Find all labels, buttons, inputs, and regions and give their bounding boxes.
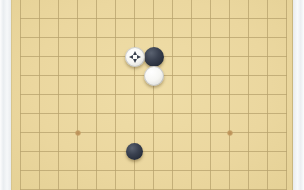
grid-line-vertical <box>77 0 78 190</box>
grid-line-vertical <box>210 0 211 190</box>
video-frame <box>0 0 304 190</box>
grid-line-horizontal <box>20 151 287 152</box>
grid-line-vertical <box>39 0 40 190</box>
grid-line-vertical <box>229 0 230 190</box>
grid-line-vertical <box>153 0 154 190</box>
letterbox-right <box>293 0 304 190</box>
grid-line-vertical <box>96 0 97 190</box>
marker-arrow-s <box>133 59 137 63</box>
grid-line-vertical <box>191 0 192 190</box>
grid-line-horizontal <box>20 18 287 19</box>
grid-line-horizontal <box>20 132 287 133</box>
grid-line-horizontal <box>20 170 287 171</box>
stone-white <box>125 47 145 67</box>
stone-black <box>126 143 143 160</box>
grid-line-vertical <box>286 0 287 190</box>
grid-line-horizontal <box>20 37 287 38</box>
letterbox-left <box>0 0 11 190</box>
marker-arrow-w <box>129 55 133 59</box>
grid-line-horizontal <box>20 113 287 114</box>
grid-line-vertical <box>248 0 249 190</box>
gomoku-board[interactable] <box>11 0 293 190</box>
last-move-marker-icon <box>129 51 141 63</box>
star-point <box>227 130 233 136</box>
grid-line-vertical <box>58 0 59 190</box>
star-point <box>75 130 81 136</box>
grid-line-vertical <box>134 0 135 190</box>
grid-line-vertical <box>115 0 116 190</box>
marker-arrow-e <box>137 55 141 59</box>
stone-black <box>144 47 164 67</box>
grid-line-vertical <box>267 0 268 190</box>
grid-line-horizontal <box>20 94 287 95</box>
grid-line-vertical <box>172 0 173 190</box>
grid-line-vertical <box>20 0 21 190</box>
grid-line-horizontal <box>20 189 287 190</box>
stone-white <box>144 66 164 86</box>
